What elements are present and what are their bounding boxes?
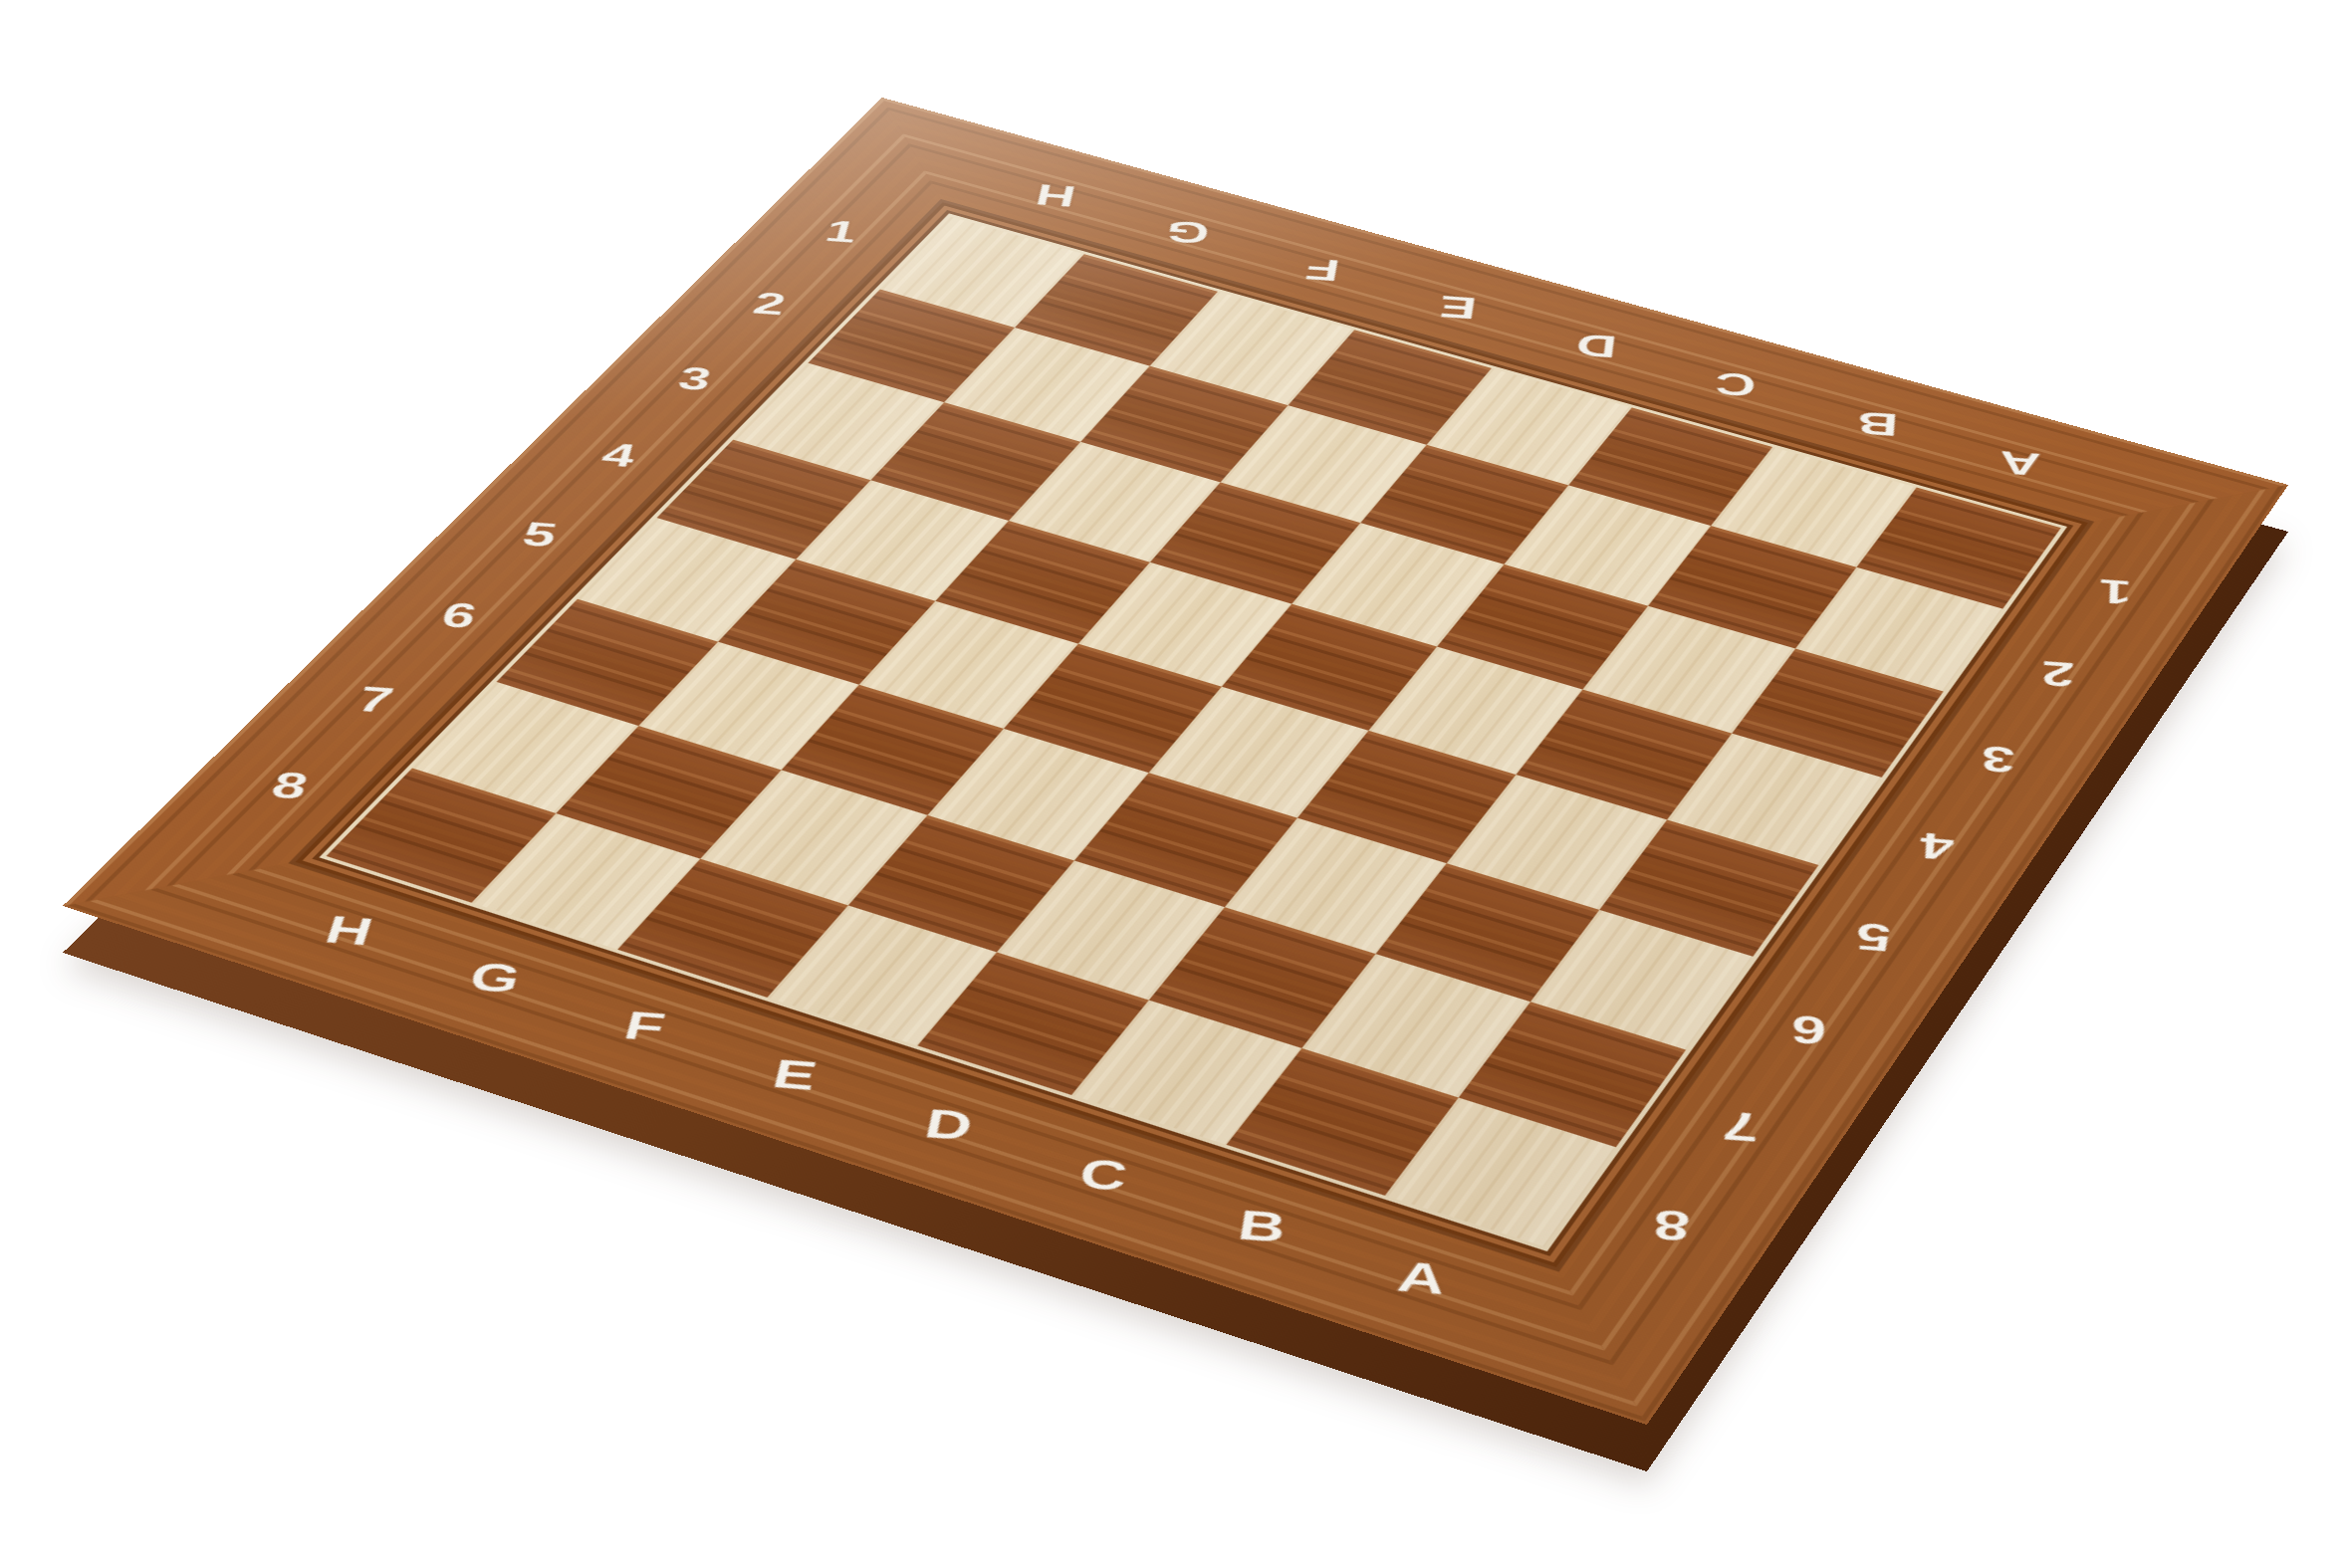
square-g1 (1015, 254, 1218, 365)
top-coordinate-label-f: F (1302, 253, 1341, 285)
top-coordinate-label-d: D (1574, 329, 1619, 362)
bottom-coordinate-label-a: A (1395, 1255, 1448, 1301)
square-e1 (1288, 330, 1492, 444)
board-side-layer (0, 47, 2352, 1568)
square-a5 (1599, 819, 1819, 956)
board-shadow (63, 159, 2288, 1486)
square-c7 (1148, 907, 1375, 1047)
chessboard: HGFEDCBAHGFEDCBA1234567812345678 (63, 98, 2288, 1425)
top-coordinate-label-a: A (1999, 446, 2042, 481)
right-coordinate-label-3: 3 (1981, 740, 2015, 778)
right-coordinate-label-4: 4 (1919, 826, 1955, 865)
right-coordinate-label-2: 2 (2040, 655, 2075, 692)
right-coordinate-label-8: 8 (1651, 1203, 1691, 1247)
square-g6 (638, 641, 860, 770)
square-b6 (1376, 863, 1599, 1002)
square-g7 (556, 726, 782, 858)
square-f2 (1080, 365, 1288, 482)
bottom-coordinate-label-e: E (769, 1054, 821, 1097)
frame-edge-left (63, 98, 2288, 1425)
board-side-faces (63, 144, 2288, 1471)
square-a4 (1666, 733, 1882, 865)
board-top-layer: HGFEDCBAHGFEDCBA1234567812345678 (0, 0, 2352, 1568)
chessboard-product-photo: HGFEDCBAHGFEDCBA1234567812345678 (0, 0, 2352, 1568)
square-f6 (782, 684, 1004, 814)
right-coordinate-label-6: 6 (1789, 1009, 1827, 1051)
square-c1 (1568, 407, 1772, 525)
square-c5 (1297, 731, 1517, 863)
square-g3 (870, 402, 1080, 521)
right-coordinate-label-1: 1 (2099, 573, 2133, 609)
square-b5 (1447, 775, 1666, 909)
square-h2 (808, 289, 1014, 402)
square-b8 (1227, 1047, 1459, 1195)
bottom-coordinate-label-g: G (465, 957, 525, 999)
frame-edge-bottom (63, 98, 2288, 1425)
left-coordinate-label-6: 6 (437, 597, 481, 634)
square-a6 (1529, 909, 1754, 1049)
top-coordinate-label-e: E (1438, 291, 1480, 324)
square-e7 (847, 815, 1073, 952)
square-h5 (578, 518, 795, 641)
right-coordinate-label-7: 7 (1722, 1104, 1761, 1147)
square-d6 (1074, 773, 1297, 907)
left-coordinate-label-3: 3 (675, 362, 716, 396)
square-e3 (1150, 482, 1361, 603)
square-e6 (927, 728, 1149, 860)
square-d7 (997, 860, 1224, 999)
square-e5 (1004, 643, 1222, 772)
bottom-coordinate-label-d: D (921, 1103, 976, 1147)
bottom-coordinate-label-h: H (321, 910, 377, 952)
square-a7 (1458, 1002, 1686, 1147)
square-d1 (1427, 368, 1631, 485)
square-d8 (917, 952, 1148, 1095)
square-d3 (1293, 523, 1504, 646)
board-shadow-layer (0, 62, 2352, 1568)
square-h4 (657, 439, 870, 559)
left-coordinate-label-7: 7 (353, 681, 398, 719)
square-h3 (734, 363, 944, 480)
left-coordinate-label-1: 1 (823, 216, 861, 248)
square-c6 (1224, 817, 1447, 954)
left-coordinate-label-2: 2 (750, 288, 790, 321)
square-e2 (1220, 405, 1427, 524)
square-a1 (1856, 487, 2061, 608)
square-d5 (1149, 687, 1368, 817)
square-f4 (935, 521, 1149, 644)
bottom-coordinate-label-c: C (1076, 1153, 1131, 1198)
square-d2 (1360, 444, 1567, 563)
top-coordinate-label-h: H (1033, 179, 1078, 211)
top-coordinate-label-b: B (1855, 406, 1899, 441)
square-d4 (1222, 603, 1437, 730)
top-coordinate-label-c: C (1714, 367, 1758, 401)
square-e4 (1077, 561, 1292, 687)
square-b2 (1648, 526, 1856, 649)
square-b3 (1583, 606, 1795, 733)
square-c2 (1504, 485, 1712, 606)
frame-edge-top (63, 98, 2288, 1425)
left-coordinate-label-4: 4 (597, 438, 639, 473)
square-h7 (412, 682, 637, 812)
right-coordinate-label-5: 5 (1855, 917, 1892, 958)
square-g8 (471, 812, 701, 949)
square-h8 (327, 768, 556, 902)
square-a2 (1794, 566, 2002, 691)
square-g2 (943, 327, 1150, 441)
square-f5 (859, 601, 1077, 728)
lighting-overlay (63, 98, 2288, 1425)
square-f1 (1150, 292, 1353, 405)
frame-edge-right (63, 98, 2288, 1425)
square-h1 (880, 217, 1083, 328)
square-g4 (796, 480, 1010, 601)
square-a3 (1732, 648, 1944, 777)
left-coordinate-label-8: 8 (267, 767, 313, 805)
square-b4 (1516, 689, 1731, 819)
square-e8 (767, 905, 998, 1046)
bottom-coordinate-label-b: B (1235, 1204, 1289, 1248)
left-coordinate-label-5: 5 (519, 517, 562, 553)
square-b7 (1302, 954, 1529, 1097)
top-coordinate-label-g: G (1164, 216, 1213, 249)
square-f8 (617, 858, 847, 998)
square-h6 (497, 598, 718, 726)
square-c3 (1437, 564, 1648, 689)
square-f3 (1009, 442, 1219, 561)
square-c8 (1070, 1000, 1301, 1145)
square-a8 (1384, 1097, 1616, 1247)
square-b1 (1711, 447, 1915, 566)
square-c4 (1368, 646, 1583, 775)
playing-field (327, 217, 2061, 1247)
square-g5 (718, 560, 936, 685)
square-f7 (701, 770, 927, 904)
bottom-coordinate-label-f: F (619, 1006, 668, 1047)
